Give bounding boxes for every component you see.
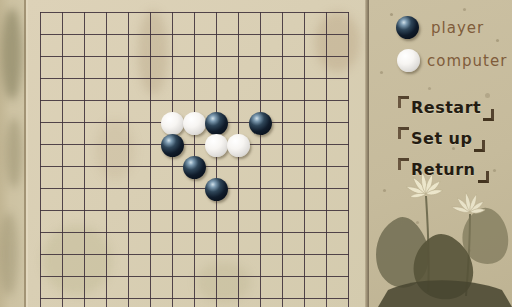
paper-speckles	[369, 0, 370, 1]
bracket-close-icon	[483, 109, 494, 121]
white-stone	[161, 112, 184, 135]
player-label: player	[431, 20, 484, 36]
setup-button-label: Set up	[411, 130, 472, 147]
restart-button[interactable]: Restart	[398, 99, 494, 116]
computer-label: computer	[427, 53, 507, 69]
white-stone	[227, 134, 250, 157]
paper-stain	[2, 8, 22, 100]
black-stone	[161, 134, 184, 157]
bracket-close-icon	[474, 140, 485, 152]
black-stone-icon	[396, 16, 419, 39]
white-stone	[183, 112, 206, 135]
gomoku-app-window: player computer Restart Set up Return	[0, 0, 512, 307]
white-stone-icon	[397, 49, 420, 72]
white-stone	[205, 134, 228, 157]
paper-stain	[0, 212, 18, 296]
paper-stain	[6, 118, 22, 188]
black-stone	[249, 112, 272, 135]
left-paper-edge	[0, 0, 26, 307]
setup-button[interactable]: Set up	[398, 130, 485, 147]
black-stone	[183, 156, 206, 179]
black-stone	[205, 112, 228, 135]
lotus-flower	[405, 172, 443, 199]
bracket-open-icon	[398, 96, 409, 108]
lotus-ink-painting	[370, 168, 512, 307]
bracket-open-icon	[398, 127, 409, 139]
black-stone	[205, 178, 228, 201]
restart-button-label: Restart	[411, 99, 481, 116]
lotus-flower	[451, 192, 485, 214]
